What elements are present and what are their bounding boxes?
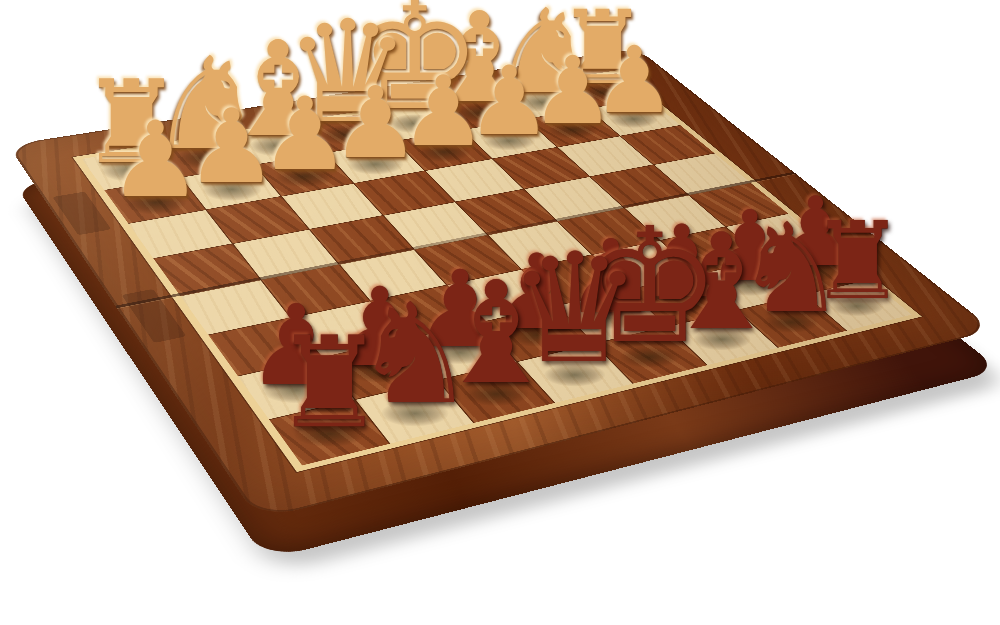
chess-board bbox=[8, 48, 993, 520]
product-photo-scene: ♜♞♝♚♛♝♞♜♟♟♟♟♟♟♟♟♟♟♟♟♟♟♟♟♜♞♝♚♛♝♞♜ bbox=[0, 0, 1000, 625]
